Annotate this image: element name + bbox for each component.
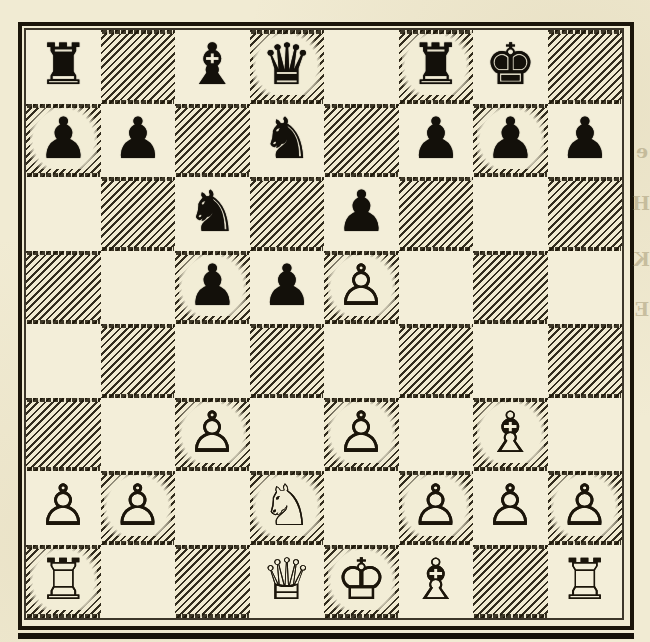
black-pawn: ♟	[112, 110, 163, 167]
square-b7: ♟	[101, 104, 176, 178]
black-pawn: ♟	[336, 183, 387, 240]
square-g7: ♟	[473, 104, 548, 178]
square-a2: ♙	[26, 471, 101, 545]
square-c4	[175, 324, 250, 398]
square-g4	[473, 324, 548, 398]
square-a8: ♜	[26, 30, 101, 104]
square-g2: ♙	[473, 471, 548, 545]
square-d7: ♞	[250, 104, 325, 178]
square-f2: ♙	[399, 471, 474, 545]
square-e8	[324, 30, 399, 104]
black-knight: ♞	[187, 183, 238, 240]
square-c7	[175, 104, 250, 178]
black-pawn: ♟	[559, 110, 610, 167]
square-d3	[250, 398, 325, 472]
white-knight: ♘	[253, 475, 320, 536]
square-h5	[548, 251, 623, 325]
bleedthrough-mark: K	[634, 248, 650, 270]
white-king: ♔	[328, 549, 395, 610]
square-c8: ♝	[175, 30, 250, 104]
square-b4	[101, 324, 176, 398]
white-pawn: ♙	[328, 402, 395, 463]
square-d5: ♟	[250, 251, 325, 325]
square-g5	[473, 251, 548, 325]
white-rook: ♖	[559, 551, 610, 608]
square-h1: ♖	[548, 545, 623, 619]
square-b1	[101, 545, 176, 619]
square-e7	[324, 104, 399, 178]
square-b3	[101, 398, 176, 472]
white-pawn: ♙	[485, 477, 536, 534]
square-a4	[26, 324, 101, 398]
white-pawn: ♙	[38, 477, 89, 534]
white-rook: ♖	[30, 549, 97, 610]
page-bleedthrough: eHKE	[634, 0, 650, 642]
square-b8	[101, 30, 176, 104]
white-bishop: ♗	[477, 402, 544, 463]
square-e5: ♙	[324, 251, 399, 325]
white-pawn: ♙	[402, 475, 469, 536]
black-queen: ♛	[253, 34, 320, 95]
white-pawn: ♙	[328, 255, 395, 316]
square-h8	[548, 30, 623, 104]
square-g1	[473, 545, 548, 619]
black-knight: ♞	[261, 110, 312, 167]
square-g8: ♚	[473, 30, 548, 104]
square-a1: ♖	[26, 545, 101, 619]
square-f5	[399, 251, 474, 325]
black-pawn: ♟	[179, 255, 246, 316]
black-pawn: ♟	[477, 108, 544, 169]
square-e4	[324, 324, 399, 398]
black-pawn: ♟	[30, 108, 97, 169]
black-rook: ♜	[38, 36, 89, 93]
square-f1: ♗	[399, 545, 474, 619]
square-a5	[26, 251, 101, 325]
square-f7: ♟	[399, 104, 474, 178]
square-f6	[399, 177, 474, 251]
square-h7: ♟	[548, 104, 623, 178]
square-e3: ♙	[324, 398, 399, 472]
square-c3: ♙	[175, 398, 250, 472]
square-e1: ♔	[324, 545, 399, 619]
black-king: ♚	[485, 36, 536, 93]
square-d4	[250, 324, 325, 398]
square-f4	[399, 324, 474, 398]
board-base-rule	[18, 633, 634, 639]
square-h4	[548, 324, 623, 398]
bleedthrough-mark: E	[634, 298, 650, 320]
black-pawn: ♟	[410, 110, 461, 167]
bleedthrough-mark: e	[634, 140, 650, 162]
square-f8: ♜	[399, 30, 474, 104]
chess-board-frame: ♜♝♛♜♚♟♟♞♟♟♟♞♟♟♟♙♙♙♗♙♙♘♙♙♙♖♕♔♗♖	[18, 22, 634, 630]
square-e6: ♟	[324, 177, 399, 251]
white-pawn: ♙	[551, 475, 618, 536]
square-d2: ♘	[250, 471, 325, 545]
square-d8: ♛	[250, 30, 325, 104]
square-h2: ♙	[548, 471, 623, 545]
square-d1: ♕	[250, 545, 325, 619]
chess-board: ♜♝♛♜♚♟♟♞♟♟♟♞♟♟♟♙♙♙♗♙♙♘♙♙♙♖♕♔♗♖	[24, 28, 624, 620]
square-b6	[101, 177, 176, 251]
square-f3	[399, 398, 474, 472]
square-g3: ♗	[473, 398, 548, 472]
square-b5	[101, 251, 176, 325]
bleedthrough-mark: H	[634, 192, 650, 214]
square-a6	[26, 177, 101, 251]
square-g6	[473, 177, 548, 251]
white-pawn: ♙	[179, 402, 246, 463]
square-c2	[175, 471, 250, 545]
square-c5: ♟	[175, 251, 250, 325]
black-rook: ♜	[402, 34, 469, 95]
square-b2: ♙	[101, 471, 176, 545]
white-pawn: ♙	[104, 475, 171, 536]
square-a7: ♟	[26, 104, 101, 178]
square-c1	[175, 545, 250, 619]
book-page: ♜♝♛♜♚♟♟♞♟♟♟♞♟♟♟♙♙♙♗♙♙♘♙♙♙♖♕♔♗♖ eHKE	[0, 0, 650, 642]
square-c6: ♞	[175, 177, 250, 251]
white-bishop: ♗	[410, 551, 461, 608]
black-pawn: ♟	[261, 257, 312, 314]
square-h3	[548, 398, 623, 472]
black-bishop: ♝	[187, 36, 238, 93]
square-d6	[250, 177, 325, 251]
white-queen: ♕	[261, 551, 312, 608]
square-a3	[26, 398, 101, 472]
square-h6	[548, 177, 623, 251]
square-e2	[324, 471, 399, 545]
